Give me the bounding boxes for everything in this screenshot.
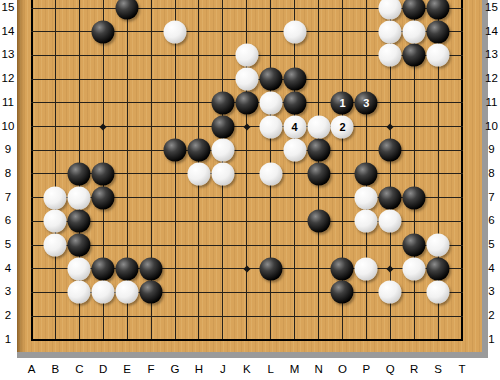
stone-white-R4 (403, 257, 426, 280)
stone-black-H9 (187, 139, 210, 162)
row-label-left-9: 9 (5, 144, 11, 156)
row-label-left-10: 10 (2, 121, 15, 133)
col-label-J: J (220, 364, 226, 376)
stone-white-P4 (355, 257, 378, 280)
col-label-G: G (171, 364, 180, 376)
stone-black-F4 (140, 257, 163, 280)
grid-line-vertical-G (175, 0, 176, 341)
row-label-left-13: 13 (2, 50, 15, 62)
stone-black-N8 (307, 162, 330, 185)
row-label-right-6: 6 (488, 216, 494, 228)
star-point-K4 (243, 265, 250, 272)
stone-white-L11 (259, 91, 282, 114)
stone-black-P8 (355, 162, 378, 185)
grid-line-row-1 (31, 339, 464, 341)
row-label-right-15: 15 (485, 2, 498, 14)
row-label-left-11: 11 (2, 97, 14, 109)
row-label-right-11: 11 (486, 97, 498, 109)
col-label-S: S (434, 364, 442, 376)
row-label-right-14: 14 (485, 26, 498, 38)
star-point-D10 (100, 123, 107, 130)
stone-black-R5 (403, 234, 426, 257)
row-label-right-1: 1 (488, 334, 494, 346)
star-point-K10 (243, 123, 250, 130)
row-label-right-10: 10 (485, 121, 498, 133)
row-label-right-7: 7 (488, 192, 494, 204)
col-label-B: B (52, 364, 60, 376)
col-label-E: E (123, 364, 131, 376)
row-label-left-8: 8 (5, 168, 11, 180)
stone-black-Q9 (379, 139, 402, 162)
row-label-left-7: 7 (5, 192, 11, 204)
stone-white-J9 (211, 139, 234, 162)
board-shadow-bottom (17, 352, 488, 358)
col-label-T: T (459, 364, 466, 376)
stone-black-L4 (259, 257, 282, 280)
stone-black-M12 (283, 68, 306, 91)
move-number-1: 1 (339, 97, 345, 108)
row-label-right-8: 8 (488, 168, 494, 180)
stone-white-J8 (211, 162, 234, 185)
goban[interactable]: 1342 (17, 0, 482, 352)
board-left-edge-shade (17, 0, 25, 352)
col-label-M: M (290, 364, 300, 376)
stone-white-C4 (68, 257, 91, 280)
stone-white-Q14 (379, 20, 402, 43)
stone-white-S5 (427, 234, 450, 257)
stone-white-B5 (44, 234, 67, 257)
stone-white-M14 (283, 20, 306, 43)
stone-black-K11 (235, 91, 258, 114)
stone-white-G14 (164, 20, 187, 43)
col-label-P: P (363, 364, 371, 376)
stone-black-N9 (307, 139, 330, 162)
col-label-F: F (148, 364, 155, 376)
stone-white-B7 (44, 186, 67, 209)
col-label-L: L (267, 364, 273, 376)
move-number-4: 4 (292, 121, 298, 132)
row-label-left-5: 5 (5, 239, 11, 251)
stone-white-D3 (92, 281, 115, 304)
stone-black-R13 (403, 44, 426, 67)
stone-white-H8 (187, 162, 210, 185)
stone-white-C7 (68, 186, 91, 209)
row-label-right-13: 13 (485, 50, 498, 62)
row-label-right-3: 3 (488, 287, 494, 299)
star-point-Q4 (387, 265, 394, 272)
row-label-right-4: 4 (488, 263, 494, 275)
grid-line-vertical-B (55, 0, 56, 341)
row-label-right-2: 2 (488, 310, 494, 322)
col-label-K: K (243, 364, 251, 376)
stone-white-Q3 (379, 281, 402, 304)
stone-black-E4 (116, 257, 139, 280)
row-label-left-12: 12 (2, 73, 15, 85)
stone-black-O3 (331, 281, 354, 304)
stone-black-D4 (92, 257, 115, 280)
stone-white-N10 (307, 115, 330, 138)
stone-black-P11: 3 (355, 91, 378, 114)
stone-black-C8 (68, 162, 91, 185)
col-label-H: H (195, 364, 203, 376)
stone-white-B6 (44, 210, 67, 233)
stone-black-S15 (427, 0, 450, 20)
stone-black-G9 (164, 139, 187, 162)
col-label-R: R (410, 364, 418, 376)
stone-white-K13 (235, 44, 258, 67)
stone-white-O10: 2 (331, 115, 354, 138)
grid-line-row-5 (31, 245, 464, 246)
stone-white-E3 (116, 281, 139, 304)
go-app-screenshot: 1342 15141312111098765432115141312111098… (0, 0, 500, 380)
col-label-N: N (314, 364, 322, 376)
stone-black-N6 (307, 210, 330, 233)
row-label-right-9: 9 (488, 144, 494, 156)
move-number-2: 2 (339, 121, 345, 132)
stone-white-Q13 (379, 44, 402, 67)
stone-white-Q6 (379, 210, 402, 233)
col-label-D: D (99, 364, 107, 376)
grid-line-vertical-M (294, 0, 295, 341)
stone-white-L8 (259, 162, 282, 185)
stone-black-S14 (427, 20, 450, 43)
col-label-A: A (28, 364, 36, 376)
row-label-left-15: 15 (2, 2, 15, 14)
row-label-right-12: 12 (485, 73, 498, 85)
stone-black-O4 (331, 257, 354, 280)
row-label-left-1: 1 (5, 334, 11, 346)
stone-black-J11 (211, 91, 234, 114)
grid-line-vertical-T (461, 0, 463, 341)
move-number-3: 3 (363, 97, 369, 108)
stone-black-L12 (259, 68, 282, 91)
stone-black-M11 (283, 91, 306, 114)
stone-white-Q15 (379, 0, 402, 20)
stone-black-D8 (92, 162, 115, 185)
stone-black-S4 (427, 257, 450, 280)
stone-white-R14 (403, 20, 426, 43)
stone-white-S13 (427, 44, 450, 67)
grid-line-vertical-A (31, 0, 33, 341)
stone-white-S3 (427, 281, 450, 304)
row-label-left-2: 2 (5, 310, 11, 322)
stone-white-L10 (259, 115, 282, 138)
stone-black-D7 (92, 186, 115, 209)
stone-white-M10: 4 (283, 115, 306, 138)
stone-black-J10 (211, 115, 234, 138)
grid-line-row-2 (31, 316, 464, 317)
row-label-left-4: 4 (5, 263, 11, 275)
stone-white-M9 (283, 139, 306, 162)
col-label-C: C (75, 364, 83, 376)
stone-white-P7 (355, 186, 378, 209)
stone-black-D14 (92, 20, 115, 43)
stone-black-R15 (403, 0, 426, 20)
stone-black-Q7 (379, 186, 402, 209)
col-label-Q: Q (386, 364, 395, 376)
stone-black-C5 (68, 234, 91, 257)
row-label-left-6: 6 (5, 216, 11, 228)
row-label-right-5: 5 (488, 239, 494, 251)
stone-white-P6 (355, 210, 378, 233)
stone-black-O11: 1 (331, 91, 354, 114)
stone-black-C6 (68, 210, 91, 233)
col-label-O: O (338, 364, 347, 376)
stone-white-K12 (235, 68, 258, 91)
stone-black-R7 (403, 186, 426, 209)
row-label-left-14: 14 (2, 26, 15, 38)
stone-white-C3 (68, 281, 91, 304)
stone-black-E15 (116, 0, 139, 20)
star-point-Q10 (387, 123, 394, 130)
row-label-left-3: 3 (5, 287, 11, 299)
stone-black-F3 (140, 281, 163, 304)
